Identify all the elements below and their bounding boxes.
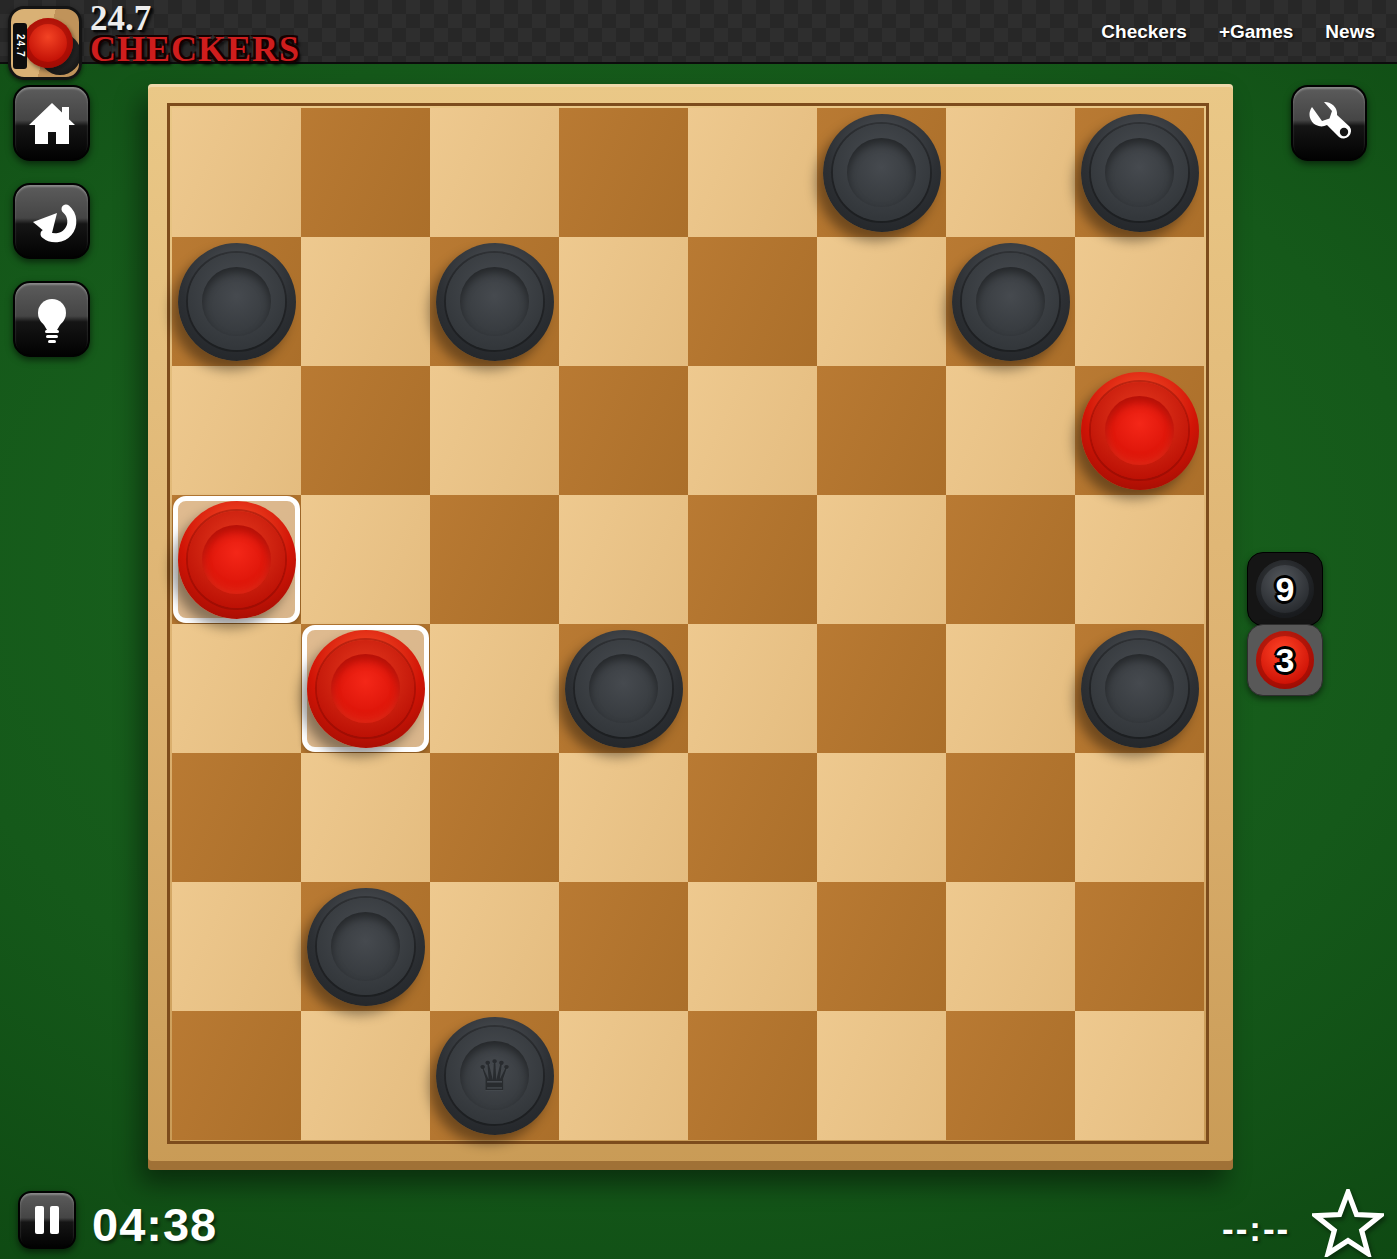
board-cell — [559, 753, 688, 882]
board-cell — [688, 366, 817, 495]
board-cell — [172, 366, 301, 495]
board-cell — [301, 1011, 430, 1140]
board-cell — [301, 237, 430, 366]
board-cell[interactable] — [946, 1011, 1075, 1140]
board-cell — [301, 753, 430, 882]
checkers-board: ♛ — [148, 84, 1233, 1170]
board-cell[interactable] — [688, 753, 817, 882]
red-piece[interactable] — [178, 501, 296, 619]
board-cell[interactable] — [172, 753, 301, 882]
board-cell[interactable] — [430, 753, 559, 882]
board-cell — [559, 1011, 688, 1140]
board-cell — [817, 237, 946, 366]
black-piece[interactable] — [565, 630, 683, 748]
pause-button[interactable] — [18, 1191, 76, 1249]
board-cell[interactable] — [1075, 624, 1204, 753]
board-cell — [1075, 753, 1204, 882]
board-cell[interactable] — [559, 624, 688, 753]
board-cell[interactable] — [172, 237, 301, 366]
main-nav: Checkers +Games News — [1101, 0, 1375, 64]
red-piece-count: 3 — [1276, 641, 1295, 680]
hint-button[interactable] — [13, 281, 90, 357]
board-cell[interactable] — [172, 495, 301, 624]
board-cell[interactable] — [1075, 366, 1204, 495]
board-cell — [559, 237, 688, 366]
board-cell — [1075, 495, 1204, 624]
logo-red-checker-icon — [23, 18, 73, 68]
black-piece[interactable] — [307, 888, 425, 1006]
board-cell — [430, 624, 559, 753]
game-timer: 04:38 — [92, 1197, 217, 1252]
board-cell — [946, 882, 1075, 1011]
app-logo-icon[interactable]: 24.7 — [8, 6, 82, 80]
king-crown-icon: ♛ — [436, 1017, 554, 1135]
black-piece-count: 9 — [1276, 570, 1295, 609]
lightbulb-icon — [28, 294, 76, 344]
board-cell[interactable] — [559, 882, 688, 1011]
board-cell — [301, 495, 430, 624]
red-piece[interactable] — [1081, 372, 1199, 490]
board-cell[interactable]: ♛ — [430, 1011, 559, 1140]
board-cell — [688, 882, 817, 1011]
star-icon[interactable] — [1312, 1189, 1384, 1259]
board-cell[interactable] — [172, 1011, 301, 1140]
nav-news[interactable]: News — [1325, 21, 1375, 43]
black-piece[interactable] — [952, 243, 1070, 361]
board-cell — [688, 624, 817, 753]
site-title-name: CHECKERS — [90, 31, 300, 67]
black-counter: 9 — [1247, 552, 1323, 626]
black-piece[interactable] — [823, 114, 941, 232]
wrench-icon — [1304, 98, 1354, 148]
board-cell — [946, 108, 1075, 237]
black-king-piece[interactable]: ♛ — [436, 1017, 554, 1135]
logo-badge: 24.7 — [13, 23, 27, 69]
site-title: 24.7 CHECKERS — [90, 1, 300, 67]
nav-games[interactable]: +Games — [1219, 21, 1293, 43]
settings-button[interactable] — [1291, 85, 1367, 161]
board-cell[interactable] — [1075, 108, 1204, 237]
home-button[interactable] — [13, 85, 90, 161]
board-cell[interactable] — [430, 237, 559, 366]
board-cell[interactable] — [817, 624, 946, 753]
board-cell — [559, 495, 688, 624]
piece-counters: 9 3 — [1247, 552, 1323, 696]
home-icon — [27, 99, 77, 147]
board-cell[interactable] — [301, 366, 430, 495]
black-piece[interactable] — [1081, 114, 1199, 232]
board-cell[interactable] — [817, 882, 946, 1011]
board-cell[interactable] — [817, 366, 946, 495]
board-cell — [688, 108, 817, 237]
black-piece[interactable] — [436, 243, 554, 361]
board-cell[interactable] — [688, 237, 817, 366]
undo-button[interactable] — [13, 183, 90, 259]
board-cell — [172, 108, 301, 237]
black-piece[interactable] — [178, 243, 296, 361]
red-piece[interactable] — [307, 630, 425, 748]
board-cell — [172, 624, 301, 753]
board-cell — [817, 495, 946, 624]
board-cell — [1075, 237, 1204, 366]
board-grid: ♛ — [172, 108, 1204, 1140]
board-cell[interactable] — [301, 882, 430, 1011]
board-cell[interactable] — [946, 237, 1075, 366]
board-cell[interactable] — [688, 495, 817, 624]
pause-icon — [32, 1204, 62, 1236]
board-cell — [946, 366, 1075, 495]
board-cell[interactable] — [946, 495, 1075, 624]
board-cell[interactable] — [301, 624, 430, 753]
board-cell — [172, 882, 301, 1011]
black-counter-checker-icon: 9 — [1256, 560, 1314, 618]
undo-icon — [26, 197, 78, 245]
board-cell[interactable] — [946, 753, 1075, 882]
red-counter: 3 — [1247, 624, 1323, 696]
board-cell[interactable] — [559, 366, 688, 495]
board-cell — [817, 1011, 946, 1140]
board-cell — [430, 108, 559, 237]
nav-checkers[interactable]: Checkers — [1101, 21, 1187, 43]
best-time: --:-- — [1222, 1209, 1290, 1249]
board-cell — [430, 882, 559, 1011]
board-cell — [946, 624, 1075, 753]
black-piece[interactable] — [1081, 630, 1199, 748]
board-cell — [817, 753, 946, 882]
board-cell — [1075, 1011, 1204, 1140]
board-cell[interactable] — [301, 108, 430, 237]
board-cell — [430, 366, 559, 495]
board-cell[interactable] — [1075, 882, 1204, 1011]
board-cell[interactable] — [688, 1011, 817, 1140]
board-cell[interactable] — [430, 495, 559, 624]
board-cell[interactable] — [559, 108, 688, 237]
board-cell[interactable] — [817, 108, 946, 237]
red-counter-checker-icon: 3 — [1256, 631, 1314, 689]
